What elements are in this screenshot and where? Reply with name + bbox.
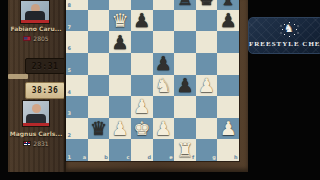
square-g1[interactable]: g [196, 139, 218, 161]
square-d7[interactable]: ♟ [131, 10, 153, 32]
player-rating-row-top: 2805 [8, 35, 64, 41]
clock-bottom: 38:36 [25, 82, 65, 99]
square-c1[interactable]: c [109, 139, 131, 161]
us-flag-icon [23, 36, 31, 41]
black-queen-b2[interactable]: ♛ [90, 119, 107, 138]
square-a1[interactable]: 1a [66, 139, 88, 161]
player-rating-bottom: 2831 [33, 140, 48, 147]
avatar-top-player [20, 0, 50, 24]
rank-label-4: 4 [68, 90, 71, 95]
banner-title: FREESTYLE CHESS [249, 40, 320, 48]
knight-logo-icon: ♞ [281, 21, 297, 37]
square-g8[interactable]: ♚ [196, 0, 218, 10]
avatar-caption-bar [23, 123, 49, 126]
square-f7[interactable] [174, 10, 196, 32]
white-knight-e4[interactable]: ♞ [155, 76, 172, 95]
square-b1[interactable]: b [88, 139, 110, 161]
file-label-f: f [192, 155, 194, 160]
black-king-g8[interactable]: ♚ [198, 0, 215, 8]
black-pawn-f4[interactable]: ♟ [176, 76, 193, 95]
square-h6[interactable] [217, 31, 239, 53]
player-name-top: Fabiano Caru... [9, 25, 63, 33]
square-b5[interactable] [88, 53, 110, 75]
file-label-a: a [83, 155, 86, 160]
square-a4[interactable]: 4 [66, 75, 88, 97]
square-b7[interactable] [88, 10, 110, 32]
clock-top: 23:31 [25, 58, 65, 74]
square-h7[interactable]: ♟ [217, 10, 239, 32]
square-a2[interactable]: 2 [66, 118, 88, 140]
square-b6[interactable] [88, 31, 110, 53]
square-d2[interactable]: ♚ [131, 118, 153, 140]
square-f4[interactable]: ♟ [174, 75, 196, 97]
player-rating-top: 2805 [33, 35, 48, 42]
rank-label-7: 7 [68, 25, 71, 30]
white-pawn-e2[interactable]: ♟ [155, 119, 172, 138]
rank-label-2: 2 [68, 133, 71, 138]
rank-label-6: 6 [68, 46, 71, 51]
square-f2[interactable] [174, 118, 196, 140]
white-rook-f1[interactable]: ♜ [176, 141, 193, 160]
avatar-caption-bar [21, 20, 49, 23]
square-g5[interactable] [196, 53, 218, 75]
file-label-d: d [147, 155, 151, 160]
square-c7[interactable]: ♛ [109, 10, 131, 32]
square-d6[interactable] [131, 31, 153, 53]
white-queen-c7[interactable]: ♛ [112, 11, 129, 30]
white-pawn-c2[interactable]: ♟ [112, 119, 129, 138]
square-a8[interactable]: 8 [66, 0, 88, 10]
square-d3[interactable]: ♟ [131, 96, 153, 118]
white-pawn-g4[interactable]: ♟ [198, 76, 215, 95]
knight-icon: ♞ [284, 22, 294, 35]
square-c5[interactable] [109, 53, 131, 75]
black-pawn-e5[interactable]: ♟ [155, 54, 172, 73]
file-label-b: b [104, 155, 108, 160]
square-g2[interactable] [196, 118, 218, 140]
square-f1[interactable]: f♜ [174, 139, 196, 161]
square-b8[interactable] [88, 0, 110, 10]
square-b3[interactable] [88, 96, 110, 118]
black-bishop-h8[interactable]: ♝ [220, 0, 237, 8]
white-pawn-d3[interactable]: ♟ [133, 97, 150, 116]
freestyle-chess-banner: ♞ FREESTYLE CHESS [248, 17, 320, 54]
player-name-bottom: Magnus Carls... [9, 130, 63, 138]
square-f6[interactable] [174, 31, 196, 53]
rank-label-1: 1 [68, 155, 71, 160]
black-rook-f8[interactable]: ♜ [176, 0, 193, 8]
square-c3[interactable] [109, 96, 131, 118]
black-pawn-d7[interactable]: ♟ [133, 11, 150, 30]
square-f5[interactable] [174, 53, 196, 75]
square-a3[interactable]: 3 [66, 96, 88, 118]
square-e6[interactable] [153, 31, 175, 53]
square-e2[interactable]: ♟ [153, 118, 175, 140]
avatar-bottom-player [22, 100, 50, 127]
black-pawn-c6[interactable]: ♟ [112, 33, 129, 52]
square-b4[interactable] [88, 75, 110, 97]
square-f3[interactable] [174, 96, 196, 118]
square-c6[interactable]: ♟ [109, 31, 131, 53]
black-pawn-h7[interactable]: ♟ [220, 11, 237, 30]
square-f8[interactable]: ♜ [174, 0, 196, 10]
square-d5[interactable] [131, 53, 153, 75]
square-h3[interactable] [217, 96, 239, 118]
square-h2[interactable]: ♟ [217, 118, 239, 140]
score-chip [8, 74, 28, 79]
file-label-e: e [169, 155, 172, 160]
square-h5[interactable] [217, 53, 239, 75]
square-a5[interactable]: 5 [66, 53, 88, 75]
square-g7[interactable] [196, 10, 218, 32]
square-e3[interactable] [153, 96, 175, 118]
rank-label-8: 8 [68, 3, 71, 8]
avatar-head [32, 104, 41, 113]
square-a7[interactable]: 7 [66, 10, 88, 32]
file-label-g: g [212, 155, 216, 160]
norway-flag-icon [23, 141, 31, 146]
square-e4[interactable]: ♞ [153, 75, 175, 97]
square-h4[interactable] [217, 75, 239, 97]
square-b2[interactable]: ♛ [88, 118, 110, 140]
square-g3[interactable] [196, 96, 218, 118]
square-a6[interactable]: 6 [66, 31, 88, 53]
square-e8[interactable] [153, 0, 175, 10]
file-label-h: h [234, 155, 238, 160]
square-e1[interactable]: e [153, 139, 175, 161]
square-d1[interactable]: d [131, 139, 153, 161]
file-label-c: c [126, 155, 129, 160]
square-e7[interactable] [153, 10, 175, 32]
square-h1[interactable]: h [217, 139, 239, 161]
square-c2[interactable]: ♟ [109, 118, 131, 140]
player-rating-row-bottom: 2831 [8, 140, 64, 146]
square-d4[interactable] [131, 75, 153, 97]
square-g4[interactable]: ♟ [196, 75, 218, 97]
rank-label-5: 5 [68, 68, 71, 73]
square-e5[interactable]: ♟ [153, 53, 175, 75]
square-g6[interactable] [196, 31, 218, 53]
rank-label-3: 3 [68, 111, 71, 116]
broadcast-sidebar: Fabiano Caru... 2805 23:31 38:36 Magnus … [8, 0, 64, 172]
white-king-d2[interactable]: ♚ [133, 119, 150, 138]
square-c4[interactable] [109, 75, 131, 97]
chess-board: 8♜♚♝7♛♟♟6♟5♟4♞♟♟3♟2♛♟♚♟♟1abcdef♜gh [66, 0, 239, 161]
white-pawn-h2[interactable]: ♟ [220, 119, 237, 138]
